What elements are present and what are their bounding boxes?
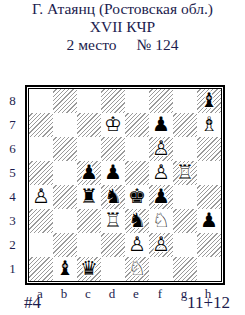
square-h6 — [197, 137, 221, 161]
square-d5: ♟ — [101, 161, 125, 185]
black-king-e4: ♚ — [125, 185, 149, 209]
square-g1 — [173, 257, 197, 281]
square-d1 — [101, 257, 125, 281]
square-g3 — [173, 209, 197, 233]
white-rook-g5: ♖ — [173, 161, 197, 185]
square-e6 — [125, 137, 149, 161]
white-king-d7: ♔ — [101, 113, 125, 137]
rank-label-8: 8 — [4, 89, 21, 113]
square-a6 — [29, 137, 53, 161]
square-a4: ♙ — [29, 185, 53, 209]
square-c4: ♜ — [77, 185, 101, 209]
white-knight-e1: ♘ — [125, 257, 149, 281]
square-g2 — [173, 233, 197, 257]
black-rook-c4: ♜ — [77, 185, 101, 209]
rank-label-3: 3 — [4, 209, 21, 233]
award-place: 2 место — [67, 36, 117, 54]
square-h1 — [197, 257, 221, 281]
white-pawn-a4: ♙ — [29, 185, 53, 209]
square-c7 — [77, 113, 101, 137]
square-b1: ♝ — [53, 257, 77, 281]
square-e2: ♙ — [125, 233, 149, 257]
square-c1: ♛ — [77, 257, 101, 281]
square-b4 — [53, 185, 77, 209]
square-e1: ♘ — [125, 257, 149, 281]
square-f8 — [149, 89, 173, 113]
square-f1 — [149, 257, 173, 281]
black-bishop-b1: ♝ — [53, 257, 77, 281]
square-g6 — [173, 137, 197, 161]
black-pawn-d5: ♟ — [101, 161, 125, 185]
square-a8 — [29, 89, 53, 113]
square-c5: ♟ — [77, 161, 101, 185]
white-rook-d3: ♖ — [101, 209, 125, 233]
square-e5 — [125, 161, 149, 185]
rank-labels: 87654321 — [4, 89, 21, 281]
board-frame: ♝♔♟♗♙♟♟♙♖♙♜♞♚♟♖♞♘♟♙♙♝♛♘ — [25, 85, 225, 285]
chess-problem-page: Г. Атаянц (Ростовская обл.) XVII КЧР 2 м… — [0, 0, 245, 315]
diagram-header: Г. Атаянц (Ростовская обл.) XVII КЧР 2 м… — [0, 0, 245, 54]
black-queen-c1: ♛ — [77, 257, 101, 281]
square-e3: ♞ — [125, 209, 149, 233]
square-c3 — [77, 209, 101, 233]
black-pawn-h3: ♟ — [197, 209, 221, 233]
square-h8: ♝ — [197, 89, 221, 113]
rank-label-2: 2 — [4, 233, 21, 257]
diagram-footer: #4 11+12 — [0, 293, 245, 313]
square-d7: ♔ — [101, 113, 125, 137]
black-pawn-c5: ♟ — [77, 161, 101, 185]
award-line: 2 место № 124 — [0, 36, 245, 54]
white-knight-f3: ♘ — [149, 209, 173, 233]
square-g4 — [173, 185, 197, 209]
rank-label-7: 7 — [4, 113, 21, 137]
square-c6 — [77, 137, 101, 161]
square-d4: ♞ — [101, 185, 125, 209]
rank-label-1: 1 — [4, 257, 21, 281]
square-e7 — [125, 113, 149, 137]
square-b5 — [53, 161, 77, 185]
square-g5: ♖ — [173, 161, 197, 185]
rank-label-5: 5 — [4, 161, 21, 185]
black-bishop-h8: ♝ — [197, 89, 221, 113]
square-a3 — [29, 209, 53, 233]
material-count: 11+12 — [187, 293, 230, 313]
square-d6 — [101, 137, 125, 161]
square-d2 — [101, 233, 125, 257]
white-bishop-h7: ♗ — [197, 113, 221, 137]
square-a5 — [29, 161, 53, 185]
square-e8 — [125, 89, 149, 113]
square-f2: ♙ — [149, 233, 173, 257]
square-b2 — [53, 233, 77, 257]
square-d3: ♖ — [101, 209, 125, 233]
author-line: Г. Атаянц (Ростовская обл.) — [0, 0, 245, 18]
square-c2 — [77, 233, 101, 257]
tournament-line: XVII КЧР — [0, 18, 245, 36]
square-f4: ♟ — [149, 185, 173, 209]
white-pawn-f2: ♙ — [149, 233, 173, 257]
white-pawn-e2: ♙ — [125, 233, 149, 257]
square-h4 — [197, 185, 221, 209]
square-b6 — [53, 137, 77, 161]
rank-label-4: 4 — [4, 185, 21, 209]
square-f5: ♙ — [149, 161, 173, 185]
square-g7 — [173, 113, 197, 137]
square-a1 — [29, 257, 53, 281]
square-e4: ♚ — [125, 185, 149, 209]
white-pawn-f6: ♙ — [149, 137, 173, 161]
stipulation-mate-in-4: #4 — [24, 293, 41, 313]
square-d8 — [101, 89, 125, 113]
chess-board: ♝♔♟♗♙♟♟♙♖♙♜♞♚♟♖♞♘♟♙♙♝♛♘ — [28, 88, 222, 282]
square-h3: ♟ — [197, 209, 221, 233]
black-pawn-f7: ♟ — [149, 113, 173, 137]
problem-number: № 124 — [136, 36, 178, 54]
white-pawn-f5: ♙ — [149, 161, 173, 185]
black-knight-e3: ♞ — [125, 209, 149, 233]
square-h5 — [197, 161, 221, 185]
square-b7 — [53, 113, 77, 137]
square-f3: ♘ — [149, 209, 173, 233]
black-knight-d4: ♞ — [101, 185, 125, 209]
square-g8 — [173, 89, 197, 113]
square-a2 — [29, 233, 53, 257]
square-c8 — [77, 89, 101, 113]
black-pawn-f4: ♟ — [149, 185, 173, 209]
square-h2 — [197, 233, 221, 257]
square-f7: ♟ — [149, 113, 173, 137]
square-h7: ♗ — [197, 113, 221, 137]
rank-label-6: 6 — [4, 137, 21, 161]
square-f6: ♙ — [149, 137, 173, 161]
square-a7 — [29, 113, 53, 137]
square-b3 — [53, 209, 77, 233]
square-b8 — [53, 89, 77, 113]
